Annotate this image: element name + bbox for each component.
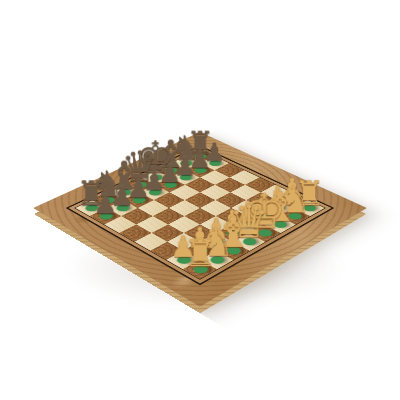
- square-a1[interactable]: ♜: [183, 260, 217, 279]
- piece-black-pawn[interactable]: ♟: [90, 191, 120, 217]
- piece-white-rook[interactable]: ♜: [184, 235, 217, 270]
- chess-set-photo: ♜♞♝♛♚♝♞♜♟♟♟♟♟♟♟♟♟♟♟♟♟♟♟♟♜♞♝♛♚♝♞♜: [0, 0, 400, 400]
- board-squares-grid: ♜♞♝♛♚♝♞♜♟♟♟♟♟♟♟♟♟♟♟♟♟♟♟♟♜♞♝♛♚♝♞♜: [74, 149, 326, 280]
- scene: ♜♞♝♛♚♝♞♜♟♟♟♟♟♟♟♟♟♟♟♟♟♟♟♟♜♞♝♛♚♝♞♜: [0, 0, 400, 400]
